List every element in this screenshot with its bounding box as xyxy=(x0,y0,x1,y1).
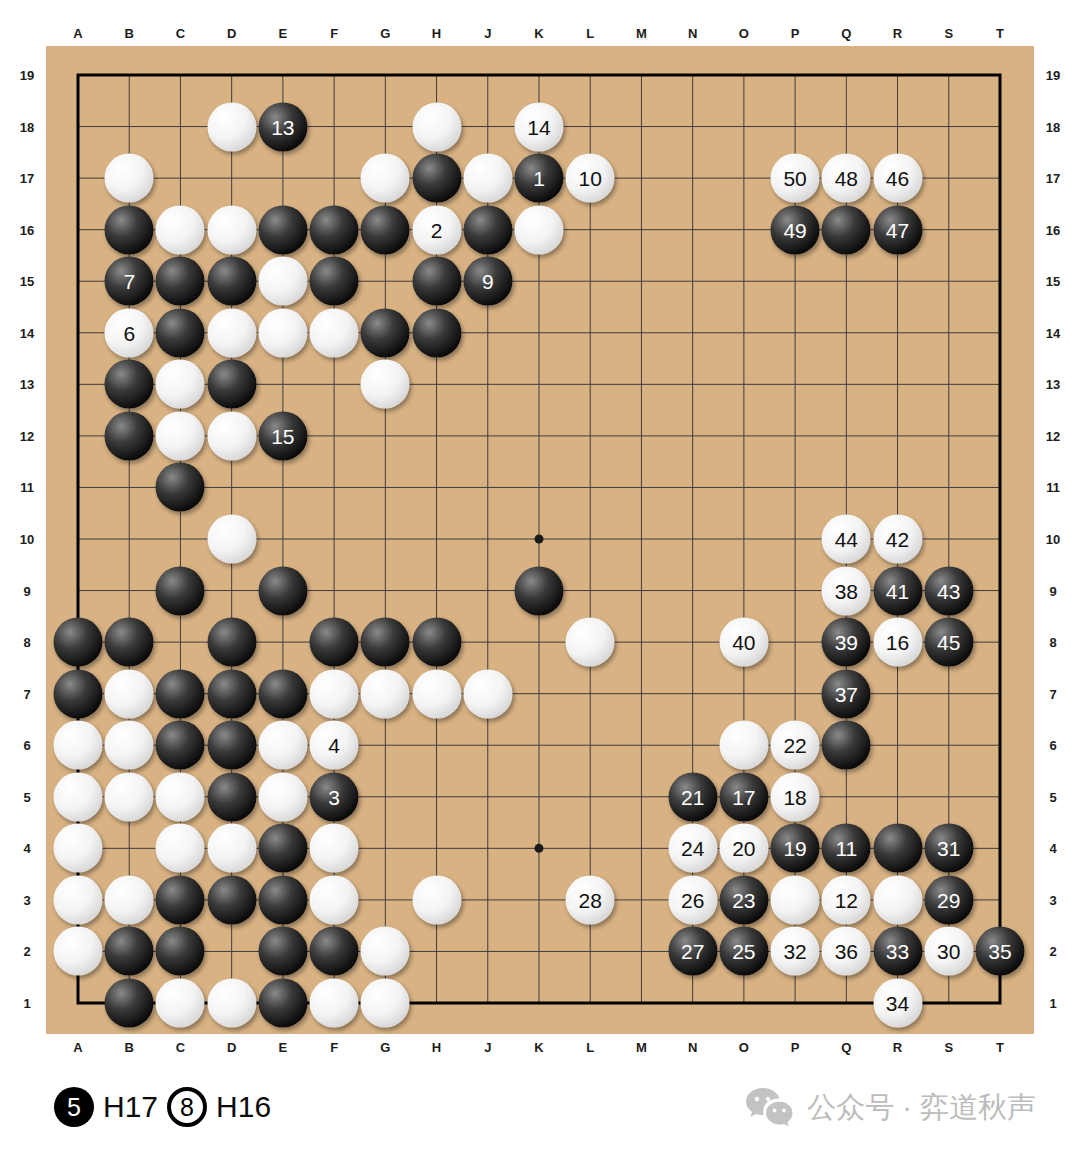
go-stone-C1-white xyxy=(156,979,205,1028)
move-number: 11 xyxy=(835,838,857,859)
coord-top-L: L xyxy=(586,26,594,41)
coord-right-1: 1 xyxy=(1049,996,1056,1011)
go-stone-B8-black xyxy=(105,618,154,667)
coord-right-7: 7 xyxy=(1049,686,1056,701)
go-stone-E1-black xyxy=(258,979,307,1028)
move-number: 32 xyxy=(783,941,806,962)
go-stone-D10-white xyxy=(207,515,256,564)
coord-top-O: O xyxy=(739,26,749,41)
go-stone-H7-white xyxy=(412,669,461,718)
move-number: 3 xyxy=(328,786,340,807)
move-number: 21 xyxy=(681,786,704,807)
go-stone-E6-white xyxy=(258,721,307,770)
go-stone-B1-black xyxy=(105,979,154,1028)
go-stone-J16-black xyxy=(463,205,512,254)
go-stone-K18-white-move-14: 14 xyxy=(514,102,563,151)
move-number: 42 xyxy=(886,529,909,550)
coord-left-4: 4 xyxy=(23,841,30,856)
coord-top-A: A xyxy=(73,26,82,41)
go-stone-G16-black xyxy=(361,205,410,254)
go-stone-R2-black-move-33: 33 xyxy=(873,927,922,976)
go-stone-R16-black-move-47: 47 xyxy=(873,205,922,254)
go-stone-B17-white xyxy=(105,154,154,203)
coord-right-18: 18 xyxy=(1046,119,1060,134)
move-number: 1 xyxy=(533,168,545,189)
go-stone-S9-black-move-43: 43 xyxy=(924,566,973,615)
coord-right-16: 16 xyxy=(1046,222,1060,237)
move-number: 36 xyxy=(835,941,858,962)
go-stone-F3-white xyxy=(310,875,359,924)
go-stone-D14-white xyxy=(207,308,256,357)
go-stone-A2-white xyxy=(54,927,103,976)
move-number: 27 xyxy=(681,941,704,962)
go-stone-R8-white-move-16: 16 xyxy=(873,618,922,667)
go-stone-D3-black xyxy=(207,875,256,924)
go-diagram-page: AABBCCDDEEFFGGHHJJKKLLMMNNOOPPQQRRSSTT19… xyxy=(0,0,1080,1156)
go-stone-H15-black xyxy=(412,257,461,306)
move-number: 7 xyxy=(123,271,135,292)
go-stone-G1-white xyxy=(361,979,410,1028)
coord-top-E: E xyxy=(279,26,288,41)
go-stone-G13-white xyxy=(361,360,410,409)
go-stone-O2-black-move-25: 25 xyxy=(719,927,768,976)
move-number: 9 xyxy=(482,271,494,292)
go-stone-E14-white xyxy=(258,308,307,357)
coord-right-5: 5 xyxy=(1049,789,1056,804)
go-stone-H18-white xyxy=(412,102,461,151)
go-stone-F2-black xyxy=(310,927,359,976)
go-stone-G8-black xyxy=(361,618,410,667)
go-stone-L3-white-move-28: 28 xyxy=(566,875,615,924)
coord-left-13: 13 xyxy=(20,377,34,392)
move-number: 28 xyxy=(579,889,602,910)
move-number: 6 xyxy=(123,322,135,343)
coord-bottom-K: K xyxy=(534,1040,543,1055)
go-stone-E16-black xyxy=(258,205,307,254)
go-stone-Q16-black xyxy=(822,205,871,254)
move-number: 31 xyxy=(937,838,960,859)
go-stone-E4-black xyxy=(258,824,307,873)
move-number: 40 xyxy=(732,632,755,653)
move-number: 38 xyxy=(835,580,858,601)
coord-bottom-D: D xyxy=(227,1040,236,1055)
go-stone-H17-black xyxy=(412,154,461,203)
move-number: 43 xyxy=(937,580,960,601)
coord-left-12: 12 xyxy=(20,428,34,443)
move-number: 18 xyxy=(783,786,806,807)
go-stone-S8-black-move-45: 45 xyxy=(924,618,973,667)
go-stone-Q4-black-move-11: 11 xyxy=(822,824,871,873)
go-stone-Q9-white-move-38: 38 xyxy=(822,566,871,615)
go-stone-F4-white xyxy=(310,824,359,873)
coord-left-8: 8 xyxy=(23,635,30,650)
coord-right-17: 17 xyxy=(1046,171,1060,186)
go-stone-C3-black xyxy=(156,875,205,924)
coord-top-S: S xyxy=(944,26,953,41)
go-stone-C15-black xyxy=(156,257,205,306)
coord-left-3: 3 xyxy=(23,892,30,907)
go-stone-P2-white-move-32: 32 xyxy=(771,927,820,976)
coord-top-J: J xyxy=(484,26,491,41)
coord-bottom-E: E xyxy=(279,1040,288,1055)
go-stone-B2-black xyxy=(105,927,154,976)
coord-bottom-R: R xyxy=(893,1040,902,1055)
go-stone-Q7-black-move-37: 37 xyxy=(822,669,871,718)
go-stone-F8-black xyxy=(310,618,359,667)
go-stone-A4-white xyxy=(54,824,103,873)
coord-right-14: 14 xyxy=(1046,325,1060,340)
coord-top-H: H xyxy=(432,26,441,41)
go-stone-Q3-white-move-12: 12 xyxy=(822,875,871,924)
coord-right-10: 10 xyxy=(1046,532,1060,547)
go-stone-D5-black xyxy=(207,772,256,821)
go-stone-S2-white-move-30: 30 xyxy=(924,927,973,976)
go-stone-B14-white-move-6: 6 xyxy=(105,308,154,357)
star-point-K10 xyxy=(534,535,543,544)
move-number: 39 xyxy=(835,632,858,653)
go-stone-D4-white xyxy=(207,824,256,873)
go-stone-N4-white-move-24: 24 xyxy=(668,824,717,873)
go-stone-F14-white xyxy=(310,308,359,357)
go-stone-B6-white xyxy=(105,721,154,770)
caption-white-stone: 8 xyxy=(167,1087,207,1127)
go-stone-L8-white xyxy=(566,618,615,667)
go-stone-P5-white-move-18: 18 xyxy=(771,772,820,821)
coord-left-15: 15 xyxy=(20,274,34,289)
coord-bottom-H: H xyxy=(432,1040,441,1055)
go-stone-E5-white xyxy=(258,772,307,821)
go-stone-F7-white xyxy=(310,669,359,718)
go-stone-R10-white-move-42: 42 xyxy=(873,515,922,564)
go-stone-D18-white xyxy=(207,102,256,151)
go-stone-D16-white xyxy=(207,205,256,254)
coord-right-13: 13 xyxy=(1046,377,1060,392)
coord-left-2: 2 xyxy=(23,944,30,959)
go-stone-E7-black xyxy=(258,669,307,718)
go-stone-Q2-white-move-36: 36 xyxy=(822,927,871,976)
go-stone-N2-black-move-27: 27 xyxy=(668,927,717,976)
go-stone-F16-black xyxy=(310,205,359,254)
coord-bottom-G: G xyxy=(380,1040,390,1055)
coord-right-8: 8 xyxy=(1049,635,1056,650)
go-stone-K17-black-move-1: 1 xyxy=(514,154,563,203)
coord-top-T: T xyxy=(996,26,1004,41)
move-number: 16 xyxy=(886,632,909,653)
coord-left-10: 10 xyxy=(20,532,34,547)
coord-left-6: 6 xyxy=(23,738,30,753)
move-number: 22 xyxy=(783,735,806,756)
go-stone-N3-white-move-26: 26 xyxy=(668,875,717,924)
coord-left-17: 17 xyxy=(20,171,34,186)
coord-right-3: 3 xyxy=(1049,892,1056,907)
go-stone-B7-white xyxy=(105,669,154,718)
go-stone-B5-white xyxy=(105,772,154,821)
coord-left-19: 19 xyxy=(20,68,34,83)
go-stone-B3-white xyxy=(105,875,154,924)
go-stone-C13-white xyxy=(156,360,205,409)
move-number: 50 xyxy=(783,168,806,189)
go-stone-O6-white xyxy=(719,721,768,770)
move-number: 34 xyxy=(886,993,909,1014)
coord-bottom-N: N xyxy=(688,1040,697,1055)
coord-top-M: M xyxy=(636,26,647,41)
go-stone-O4-white-move-20: 20 xyxy=(719,824,768,873)
go-stone-Q8-black-move-39: 39 xyxy=(822,618,871,667)
move-number: 15 xyxy=(271,425,294,446)
go-stone-A6-white xyxy=(54,721,103,770)
go-stone-E3-black xyxy=(258,875,307,924)
go-stone-J17-white xyxy=(463,154,512,203)
move-number: 44 xyxy=(835,529,858,550)
coord-top-C: C xyxy=(176,26,185,41)
coord-bottom-L: L xyxy=(586,1040,594,1055)
move-number: 24 xyxy=(681,838,704,859)
coord-left-14: 14 xyxy=(20,325,34,340)
watermark: 公众号 · 弈道秋声 xyxy=(743,1086,1036,1130)
go-stone-C2-black xyxy=(156,927,205,976)
coord-left-18: 18 xyxy=(20,119,34,134)
move-number: 35 xyxy=(988,941,1011,962)
wechat-icon xyxy=(743,1086,795,1130)
go-stone-Q10-white-move-44: 44 xyxy=(822,515,871,564)
caption-moves-played-elsewhere: 5 H17 8 H16 xyxy=(54,1084,271,1130)
go-stone-P16-black-move-49: 49 xyxy=(771,205,820,254)
go-stone-D1-white xyxy=(207,979,256,1028)
coord-top-B: B xyxy=(125,26,134,41)
go-stone-P6-white-move-22: 22 xyxy=(771,721,820,770)
coord-right-15: 15 xyxy=(1046,274,1060,289)
go-stone-J15-black-move-9: 9 xyxy=(463,257,512,306)
go-stone-Q6-black xyxy=(822,721,871,770)
coord-bottom-F: F xyxy=(330,1040,338,1055)
coord-right-6: 6 xyxy=(1049,738,1056,753)
go-stone-D13-black xyxy=(207,360,256,409)
move-number: 4 xyxy=(328,735,340,756)
move-number: 2 xyxy=(431,219,443,240)
caption-black-stone: 5 xyxy=(54,1087,94,1127)
coord-top-F: F xyxy=(330,26,338,41)
go-stone-E2-black xyxy=(258,927,307,976)
go-stone-O5-black-move-17: 17 xyxy=(719,772,768,821)
go-stone-E12-black-move-15: 15 xyxy=(258,411,307,460)
coord-right-4: 4 xyxy=(1049,841,1056,856)
go-stone-Q17-white-move-48: 48 xyxy=(822,154,871,203)
go-stone-C12-white xyxy=(156,411,205,460)
coord-bottom-B: B xyxy=(125,1040,134,1055)
caption-white-location: H16 xyxy=(216,1090,271,1124)
go-stone-S4-black-move-31: 31 xyxy=(924,824,973,873)
go-stone-A3-white xyxy=(54,875,103,924)
go-stone-G14-black xyxy=(361,308,410,357)
move-number: 19 xyxy=(783,838,806,859)
go-stone-C9-black xyxy=(156,566,205,615)
go-stone-R17-white-move-46: 46 xyxy=(873,154,922,203)
go-stone-O3-black-move-23: 23 xyxy=(719,875,768,924)
go-stone-B13-black xyxy=(105,360,154,409)
coord-right-19: 19 xyxy=(1046,68,1060,83)
coord-bottom-M: M xyxy=(636,1040,647,1055)
go-stone-F1-white xyxy=(310,979,359,1028)
go-stone-F5-black-move-3: 3 xyxy=(310,772,359,821)
go-stone-T2-black-move-35: 35 xyxy=(975,927,1024,976)
go-stone-P17-white-move-50: 50 xyxy=(771,154,820,203)
move-number: 30 xyxy=(937,941,960,962)
go-stone-C7-black xyxy=(156,669,205,718)
move-number: 12 xyxy=(835,889,858,910)
move-number: 45 xyxy=(937,632,960,653)
go-stone-H14-black xyxy=(412,308,461,357)
coord-right-12: 12 xyxy=(1046,428,1060,443)
coord-bottom-A: A xyxy=(73,1040,82,1055)
coord-left-1: 1 xyxy=(23,996,30,1011)
coord-left-11: 11 xyxy=(20,480,34,495)
go-stone-E18-black-move-13: 13 xyxy=(258,102,307,151)
go-stone-G17-white xyxy=(361,154,410,203)
move-number: 47 xyxy=(886,219,909,240)
go-stone-C11-black xyxy=(156,463,205,512)
move-number: 46 xyxy=(886,168,909,189)
move-number: 25 xyxy=(732,941,755,962)
go-stone-R4-black xyxy=(873,824,922,873)
coord-top-P: P xyxy=(791,26,800,41)
coord-bottom-Q: Q xyxy=(841,1040,851,1055)
coord-right-11: 11 xyxy=(1046,480,1060,495)
move-number: 26 xyxy=(681,889,704,910)
coord-top-G: G xyxy=(380,26,390,41)
star-point-K4 xyxy=(534,844,543,853)
move-number: 48 xyxy=(835,168,858,189)
move-number: 20 xyxy=(732,838,755,859)
go-stone-D8-black xyxy=(207,618,256,667)
move-number: 41 xyxy=(886,580,909,601)
coord-right-9: 9 xyxy=(1049,583,1056,598)
coord-left-16: 16 xyxy=(20,222,34,237)
go-stone-H16-white-move-2: 2 xyxy=(412,205,461,254)
go-stone-G7-white xyxy=(361,669,410,718)
go-stone-A8-black xyxy=(54,618,103,667)
move-number: 23 xyxy=(732,889,755,910)
go-stone-O8-white-move-40: 40 xyxy=(719,618,768,667)
go-stone-B12-black xyxy=(105,411,154,460)
move-number: 37 xyxy=(835,683,858,704)
coord-left-7: 7 xyxy=(23,686,30,701)
go-stone-R1-white-move-34: 34 xyxy=(873,979,922,1028)
go-stone-G2-white xyxy=(361,927,410,976)
go-stone-F6-white-move-4: 4 xyxy=(310,721,359,770)
move-number: 49 xyxy=(783,219,806,240)
coord-top-R: R xyxy=(893,26,902,41)
go-stone-A7-black xyxy=(54,669,103,718)
go-stone-P4-black-move-19: 19 xyxy=(771,824,820,873)
coord-bottom-J: J xyxy=(484,1040,491,1055)
go-stone-B16-black xyxy=(105,205,154,254)
go-stone-F15-black xyxy=(310,257,359,306)
go-stone-E9-black xyxy=(258,566,307,615)
go-stone-L17-white-move-10: 10 xyxy=(566,154,615,203)
coord-top-Q: Q xyxy=(841,26,851,41)
go-stone-C5-white xyxy=(156,772,205,821)
go-stone-D12-white xyxy=(207,411,256,460)
go-stone-C4-white xyxy=(156,824,205,873)
go-stone-R3-white xyxy=(873,875,922,924)
coord-top-D: D xyxy=(227,26,236,41)
go-stone-H8-black xyxy=(412,618,461,667)
go-stone-B15-black-move-7: 7 xyxy=(105,257,154,306)
coord-bottom-O: O xyxy=(739,1040,749,1055)
go-stone-C14-black xyxy=(156,308,205,357)
coord-bottom-S: S xyxy=(944,1040,953,1055)
move-number: 14 xyxy=(527,116,550,137)
caption-black-location: H17 xyxy=(103,1090,158,1124)
go-stone-E15-white xyxy=(258,257,307,306)
coord-bottom-T: T xyxy=(996,1040,1004,1055)
go-stone-C16-white xyxy=(156,205,205,254)
go-stone-H3-white xyxy=(412,875,461,924)
coord-bottom-P: P xyxy=(791,1040,800,1055)
go-stone-D15-black xyxy=(207,257,256,306)
go-stone-N5-black-move-21: 21 xyxy=(668,772,717,821)
coord-top-K: K xyxy=(534,26,543,41)
go-stone-K16-white xyxy=(514,205,563,254)
coord-bottom-C: C xyxy=(176,1040,185,1055)
go-stone-D6-black xyxy=(207,721,256,770)
go-stone-K9-black xyxy=(514,566,563,615)
move-number: 33 xyxy=(886,941,909,962)
go-stone-R9-black-move-41: 41 xyxy=(873,566,922,615)
move-number: 10 xyxy=(579,168,602,189)
coord-top-N: N xyxy=(688,26,697,41)
move-number: 17 xyxy=(732,786,755,807)
coord-left-5: 5 xyxy=(23,789,30,804)
go-stone-P3-white xyxy=(771,875,820,924)
move-number: 13 xyxy=(271,116,294,137)
coord-right-2: 2 xyxy=(1049,944,1056,959)
go-stone-S3-black-move-29: 29 xyxy=(924,875,973,924)
go-stone-C6-black xyxy=(156,721,205,770)
watermark-text: 公众号 · 弈道秋声 xyxy=(807,1088,1036,1128)
go-stone-D7-black xyxy=(207,669,256,718)
go-stone-J7-white xyxy=(463,669,512,718)
move-number: 29 xyxy=(937,889,960,910)
coord-left-9: 9 xyxy=(23,583,30,598)
go-stone-A5-white xyxy=(54,772,103,821)
